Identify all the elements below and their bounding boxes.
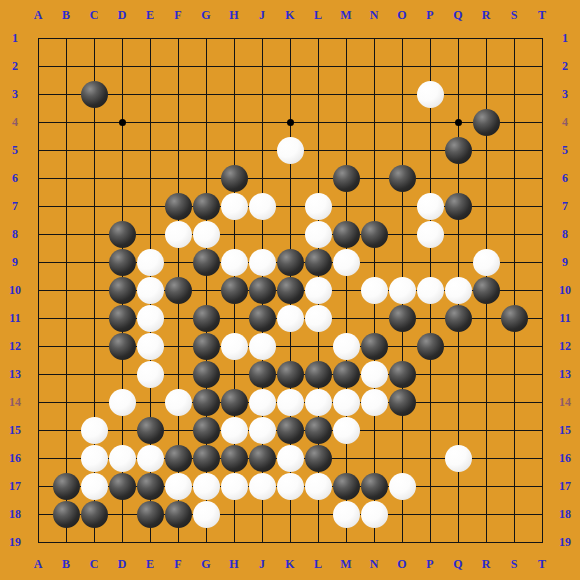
intersection-D9[interactable]: [108, 248, 136, 276]
intersection-L1[interactable]: [304, 24, 332, 52]
intersection-O17[interactable]: [388, 472, 416, 500]
intersection-Q14[interactable]: [444, 388, 472, 416]
intersection-C13[interactable]: [80, 360, 108, 388]
intersection-R10[interactable]: [472, 276, 500, 304]
intersection-K8[interactable]: [276, 220, 304, 248]
intersection-J17[interactable]: [248, 472, 276, 500]
intersection-P18[interactable]: [416, 500, 444, 528]
intersection-Q6[interactable]: [444, 164, 472, 192]
intersection-D13[interactable]: [108, 360, 136, 388]
intersection-G4[interactable]: [192, 108, 220, 136]
intersection-K2[interactable]: [276, 52, 304, 80]
intersection-P12[interactable]: [416, 332, 444, 360]
intersection-F11[interactable]: [164, 304, 192, 332]
intersection-K7[interactable]: [276, 192, 304, 220]
intersection-L9[interactable]: [304, 248, 332, 276]
intersection-N2[interactable]: [360, 52, 388, 80]
intersection-Q3[interactable]: [444, 80, 472, 108]
intersection-O3[interactable]: [388, 80, 416, 108]
intersection-N13[interactable]: [360, 360, 388, 388]
intersection-Q17[interactable]: [444, 472, 472, 500]
intersection-G3[interactable]: [192, 80, 220, 108]
intersection-P3[interactable]: [416, 80, 444, 108]
intersection-A5[interactable]: [24, 136, 52, 164]
intersection-M11[interactable]: [332, 304, 360, 332]
intersection-L7[interactable]: [304, 192, 332, 220]
intersection-P11[interactable]: [416, 304, 444, 332]
intersection-T8[interactable]: [528, 220, 556, 248]
intersection-J7[interactable]: [248, 192, 276, 220]
intersection-D8[interactable]: [108, 220, 136, 248]
intersection-G9[interactable]: [192, 248, 220, 276]
intersection-A17[interactable]: [24, 472, 52, 500]
intersection-F16[interactable]: [164, 444, 192, 472]
intersection-Q16[interactable]: [444, 444, 472, 472]
intersection-M3[interactable]: [332, 80, 360, 108]
intersection-O13[interactable]: [388, 360, 416, 388]
intersection-A18[interactable]: [24, 500, 52, 528]
intersection-J3[interactable]: [248, 80, 276, 108]
intersection-F2[interactable]: [164, 52, 192, 80]
intersection-J5[interactable]: [248, 136, 276, 164]
intersection-G10[interactable]: [192, 276, 220, 304]
intersection-K14[interactable]: [276, 388, 304, 416]
intersection-M15[interactable]: [332, 416, 360, 444]
intersection-P13[interactable]: [416, 360, 444, 388]
intersection-F19[interactable]: [164, 528, 192, 556]
intersection-H10[interactable]: [220, 276, 248, 304]
intersection-H15[interactable]: [220, 416, 248, 444]
intersection-R6[interactable]: [472, 164, 500, 192]
intersection-P9[interactable]: [416, 248, 444, 276]
intersection-P10[interactable]: [416, 276, 444, 304]
intersection-M9[interactable]: [332, 248, 360, 276]
intersection-D12[interactable]: [108, 332, 136, 360]
intersection-B12[interactable]: [52, 332, 80, 360]
intersection-K12[interactable]: [276, 332, 304, 360]
intersection-D4[interactable]: [108, 108, 136, 136]
intersection-N9[interactable]: [360, 248, 388, 276]
intersection-F9[interactable]: [164, 248, 192, 276]
intersection-L8[interactable]: [304, 220, 332, 248]
intersection-C6[interactable]: [80, 164, 108, 192]
intersection-A3[interactable]: [24, 80, 52, 108]
intersection-B5[interactable]: [52, 136, 80, 164]
intersection-T6[interactable]: [528, 164, 556, 192]
intersection-K19[interactable]: [276, 528, 304, 556]
intersection-L3[interactable]: [304, 80, 332, 108]
intersection-Q9[interactable]: [444, 248, 472, 276]
intersection-G1[interactable]: [192, 24, 220, 52]
intersection-H13[interactable]: [220, 360, 248, 388]
intersection-O11[interactable]: [388, 304, 416, 332]
intersection-N6[interactable]: [360, 164, 388, 192]
intersection-F10[interactable]: [164, 276, 192, 304]
intersection-H2[interactable]: [220, 52, 248, 80]
intersection-K17[interactable]: [276, 472, 304, 500]
intersection-T16[interactable]: [528, 444, 556, 472]
intersection-B18[interactable]: [52, 500, 80, 528]
intersection-Q7[interactable]: [444, 192, 472, 220]
intersection-D7[interactable]: [108, 192, 136, 220]
intersection-L18[interactable]: [304, 500, 332, 528]
intersection-R7[interactable]: [472, 192, 500, 220]
intersection-B6[interactable]: [52, 164, 80, 192]
intersection-J4[interactable]: [248, 108, 276, 136]
intersection-E3[interactable]: [136, 80, 164, 108]
intersection-O15[interactable]: [388, 416, 416, 444]
intersection-D1[interactable]: [108, 24, 136, 52]
intersection-D11[interactable]: [108, 304, 136, 332]
intersection-C19[interactable]: [80, 528, 108, 556]
intersection-O8[interactable]: [388, 220, 416, 248]
intersection-R5[interactable]: [472, 136, 500, 164]
intersection-S12[interactable]: [500, 332, 528, 360]
intersection-O6[interactable]: [388, 164, 416, 192]
intersection-A16[interactable]: [24, 444, 52, 472]
intersection-C7[interactable]: [80, 192, 108, 220]
intersection-D10[interactable]: [108, 276, 136, 304]
intersection-G13[interactable]: [192, 360, 220, 388]
intersection-A4[interactable]: [24, 108, 52, 136]
intersection-L2[interactable]: [304, 52, 332, 80]
intersection-G5[interactable]: [192, 136, 220, 164]
intersection-S2[interactable]: [500, 52, 528, 80]
intersection-E14[interactable]: [136, 388, 164, 416]
intersection-C12[interactable]: [80, 332, 108, 360]
intersection-M6[interactable]: [332, 164, 360, 192]
intersection-F17[interactable]: [164, 472, 192, 500]
intersection-M2[interactable]: [332, 52, 360, 80]
intersection-T14[interactable]: [528, 388, 556, 416]
intersection-K11[interactable]: [276, 304, 304, 332]
intersection-E13[interactable]: [136, 360, 164, 388]
intersection-O19[interactable]: [388, 528, 416, 556]
intersection-P17[interactable]: [416, 472, 444, 500]
intersection-S14[interactable]: [500, 388, 528, 416]
intersection-F5[interactable]: [164, 136, 192, 164]
intersection-D3[interactable]: [108, 80, 136, 108]
intersection-P15[interactable]: [416, 416, 444, 444]
intersection-N5[interactable]: [360, 136, 388, 164]
intersection-S19[interactable]: [500, 528, 528, 556]
intersection-J6[interactable]: [248, 164, 276, 192]
intersection-S4[interactable]: [500, 108, 528, 136]
intersection-R1[interactable]: [472, 24, 500, 52]
intersection-F3[interactable]: [164, 80, 192, 108]
intersection-H5[interactable]: [220, 136, 248, 164]
intersection-O10[interactable]: [388, 276, 416, 304]
intersection-B10[interactable]: [52, 276, 80, 304]
intersection-S8[interactable]: [500, 220, 528, 248]
intersection-R3[interactable]: [472, 80, 500, 108]
intersection-R8[interactable]: [472, 220, 500, 248]
intersection-A15[interactable]: [24, 416, 52, 444]
intersection-T11[interactable]: [528, 304, 556, 332]
intersection-J15[interactable]: [248, 416, 276, 444]
intersection-C17[interactable]: [80, 472, 108, 500]
intersection-S6[interactable]: [500, 164, 528, 192]
intersection-Q11[interactable]: [444, 304, 472, 332]
intersection-C8[interactable]: [80, 220, 108, 248]
intersection-J10[interactable]: [248, 276, 276, 304]
intersection-H1[interactable]: [220, 24, 248, 52]
intersection-M14[interactable]: [332, 388, 360, 416]
intersection-K4[interactable]: [276, 108, 304, 136]
intersection-S13[interactable]: [500, 360, 528, 388]
intersection-L12[interactable]: [304, 332, 332, 360]
intersection-L17[interactable]: [304, 472, 332, 500]
intersection-N19[interactable]: [360, 528, 388, 556]
intersection-S11[interactable]: [500, 304, 528, 332]
intersection-S16[interactable]: [500, 444, 528, 472]
intersection-G19[interactable]: [192, 528, 220, 556]
intersection-T10[interactable]: [528, 276, 556, 304]
intersection-L5[interactable]: [304, 136, 332, 164]
intersection-Q1[interactable]: [444, 24, 472, 52]
intersection-B7[interactable]: [52, 192, 80, 220]
intersection-N4[interactable]: [360, 108, 388, 136]
intersection-O4[interactable]: [388, 108, 416, 136]
intersection-H3[interactable]: [220, 80, 248, 108]
intersection-B9[interactable]: [52, 248, 80, 276]
intersection-E12[interactable]: [136, 332, 164, 360]
intersection-P5[interactable]: [416, 136, 444, 164]
intersection-A7[interactable]: [24, 192, 52, 220]
intersection-T9[interactable]: [528, 248, 556, 276]
intersection-D5[interactable]: [108, 136, 136, 164]
intersection-O5[interactable]: [388, 136, 416, 164]
intersection-N16[interactable]: [360, 444, 388, 472]
intersection-C9[interactable]: [80, 248, 108, 276]
intersection-F18[interactable]: [164, 500, 192, 528]
intersection-O9[interactable]: [388, 248, 416, 276]
intersection-T12[interactable]: [528, 332, 556, 360]
intersection-H17[interactable]: [220, 472, 248, 500]
intersection-L10[interactable]: [304, 276, 332, 304]
intersection-B15[interactable]: [52, 416, 80, 444]
intersection-J18[interactable]: [248, 500, 276, 528]
intersection-T7[interactable]: [528, 192, 556, 220]
intersection-O7[interactable]: [388, 192, 416, 220]
intersection-K16[interactable]: [276, 444, 304, 472]
intersection-L14[interactable]: [304, 388, 332, 416]
intersection-C14[interactable]: [80, 388, 108, 416]
intersection-H8[interactable]: [220, 220, 248, 248]
intersection-K18[interactable]: [276, 500, 304, 528]
intersection-E18[interactable]: [136, 500, 164, 528]
intersection-S7[interactable]: [500, 192, 528, 220]
intersection-R2[interactable]: [472, 52, 500, 80]
intersection-H18[interactable]: [220, 500, 248, 528]
intersection-R12[interactable]: [472, 332, 500, 360]
intersection-S17[interactable]: [500, 472, 528, 500]
intersection-M17[interactable]: [332, 472, 360, 500]
intersection-O1[interactable]: [388, 24, 416, 52]
intersection-S15[interactable]: [500, 416, 528, 444]
intersection-S10[interactable]: [500, 276, 528, 304]
intersection-J2[interactable]: [248, 52, 276, 80]
intersection-H6[interactable]: [220, 164, 248, 192]
intersection-O18[interactable]: [388, 500, 416, 528]
intersection-D17[interactable]: [108, 472, 136, 500]
intersection-J19[interactable]: [248, 528, 276, 556]
intersection-J16[interactable]: [248, 444, 276, 472]
intersection-T5[interactable]: [528, 136, 556, 164]
intersection-L13[interactable]: [304, 360, 332, 388]
intersection-Q8[interactable]: [444, 220, 472, 248]
intersection-M19[interactable]: [332, 528, 360, 556]
intersection-M12[interactable]: [332, 332, 360, 360]
intersection-A19[interactable]: [24, 528, 52, 556]
intersection-F15[interactable]: [164, 416, 192, 444]
intersection-A10[interactable]: [24, 276, 52, 304]
intersection-E17[interactable]: [136, 472, 164, 500]
intersection-Q10[interactable]: [444, 276, 472, 304]
intersection-T2[interactable]: [528, 52, 556, 80]
intersection-M18[interactable]: [332, 500, 360, 528]
intersection-N11[interactable]: [360, 304, 388, 332]
intersection-O2[interactable]: [388, 52, 416, 80]
intersection-A1[interactable]: [24, 24, 52, 52]
intersection-L19[interactable]: [304, 528, 332, 556]
intersection-H14[interactable]: [220, 388, 248, 416]
intersection-Q5[interactable]: [444, 136, 472, 164]
intersection-N7[interactable]: [360, 192, 388, 220]
intersection-R16[interactable]: [472, 444, 500, 472]
intersection-E16[interactable]: [136, 444, 164, 472]
intersection-O16[interactable]: [388, 444, 416, 472]
intersection-D18[interactable]: [108, 500, 136, 528]
intersection-E7[interactable]: [136, 192, 164, 220]
intersection-L16[interactable]: [304, 444, 332, 472]
intersection-A2[interactable]: [24, 52, 52, 80]
intersection-C4[interactable]: [80, 108, 108, 136]
intersection-E6[interactable]: [136, 164, 164, 192]
intersection-G8[interactable]: [192, 220, 220, 248]
intersection-K10[interactable]: [276, 276, 304, 304]
intersection-J9[interactable]: [248, 248, 276, 276]
intersection-F13[interactable]: [164, 360, 192, 388]
intersection-E5[interactable]: [136, 136, 164, 164]
intersection-B11[interactable]: [52, 304, 80, 332]
intersection-R18[interactable]: [472, 500, 500, 528]
intersection-A13[interactable]: [24, 360, 52, 388]
intersection-S9[interactable]: [500, 248, 528, 276]
intersection-M1[interactable]: [332, 24, 360, 52]
intersection-T18[interactable]: [528, 500, 556, 528]
intersection-B3[interactable]: [52, 80, 80, 108]
intersection-F14[interactable]: [164, 388, 192, 416]
intersection-E15[interactable]: [136, 416, 164, 444]
intersection-C18[interactable]: [80, 500, 108, 528]
intersection-E19[interactable]: [136, 528, 164, 556]
intersection-J11[interactable]: [248, 304, 276, 332]
intersection-F12[interactable]: [164, 332, 192, 360]
intersection-G14[interactable]: [192, 388, 220, 416]
intersection-T3[interactable]: [528, 80, 556, 108]
intersection-M7[interactable]: [332, 192, 360, 220]
intersection-N17[interactable]: [360, 472, 388, 500]
intersection-K3[interactable]: [276, 80, 304, 108]
intersection-R4[interactable]: [472, 108, 500, 136]
intersection-F7[interactable]: [164, 192, 192, 220]
intersection-L11[interactable]: [304, 304, 332, 332]
intersection-P6[interactable]: [416, 164, 444, 192]
intersection-M5[interactable]: [332, 136, 360, 164]
intersection-C11[interactable]: [80, 304, 108, 332]
intersection-B4[interactable]: [52, 108, 80, 136]
intersection-H4[interactable]: [220, 108, 248, 136]
intersection-E2[interactable]: [136, 52, 164, 80]
intersection-Q15[interactable]: [444, 416, 472, 444]
intersection-F4[interactable]: [164, 108, 192, 136]
intersection-C16[interactable]: [80, 444, 108, 472]
intersection-A9[interactable]: [24, 248, 52, 276]
intersection-B16[interactable]: [52, 444, 80, 472]
intersection-C10[interactable]: [80, 276, 108, 304]
intersection-H12[interactable]: [220, 332, 248, 360]
intersection-G11[interactable]: [192, 304, 220, 332]
intersection-D14[interactable]: [108, 388, 136, 416]
intersection-M4[interactable]: [332, 108, 360, 136]
intersection-N3[interactable]: [360, 80, 388, 108]
intersection-H11[interactable]: [220, 304, 248, 332]
intersection-C3[interactable]: [80, 80, 108, 108]
intersection-F8[interactable]: [164, 220, 192, 248]
intersection-N10[interactable]: [360, 276, 388, 304]
intersection-G17[interactable]: [192, 472, 220, 500]
intersection-B13[interactable]: [52, 360, 80, 388]
intersection-C2[interactable]: [80, 52, 108, 80]
intersection-B14[interactable]: [52, 388, 80, 416]
intersection-D15[interactable]: [108, 416, 136, 444]
intersection-Q19[interactable]: [444, 528, 472, 556]
intersection-O12[interactable]: [388, 332, 416, 360]
intersection-G7[interactable]: [192, 192, 220, 220]
intersection-R9[interactable]: [472, 248, 500, 276]
intersection-Q13[interactable]: [444, 360, 472, 388]
intersection-S18[interactable]: [500, 500, 528, 528]
intersection-N1[interactable]: [360, 24, 388, 52]
intersection-G2[interactable]: [192, 52, 220, 80]
intersection-A14[interactable]: [24, 388, 52, 416]
intersection-T13[interactable]: [528, 360, 556, 388]
intersection-T19[interactable]: [528, 528, 556, 556]
intersection-B19[interactable]: [52, 528, 80, 556]
intersection-E11[interactable]: [136, 304, 164, 332]
intersection-R11[interactable]: [472, 304, 500, 332]
intersection-T15[interactable]: [528, 416, 556, 444]
intersection-R14[interactable]: [472, 388, 500, 416]
intersection-K13[interactable]: [276, 360, 304, 388]
intersection-Q2[interactable]: [444, 52, 472, 80]
intersection-T1[interactable]: [528, 24, 556, 52]
intersection-P16[interactable]: [416, 444, 444, 472]
intersection-D6[interactable]: [108, 164, 136, 192]
intersection-P4[interactable]: [416, 108, 444, 136]
intersection-J13[interactable]: [248, 360, 276, 388]
intersection-K15[interactable]: [276, 416, 304, 444]
intersection-C15[interactable]: [80, 416, 108, 444]
intersection-D16[interactable]: [108, 444, 136, 472]
intersection-K6[interactable]: [276, 164, 304, 192]
intersection-L4[interactable]: [304, 108, 332, 136]
intersection-J12[interactable]: [248, 332, 276, 360]
intersection-N15[interactable]: [360, 416, 388, 444]
intersection-P7[interactable]: [416, 192, 444, 220]
intersection-R19[interactable]: [472, 528, 500, 556]
